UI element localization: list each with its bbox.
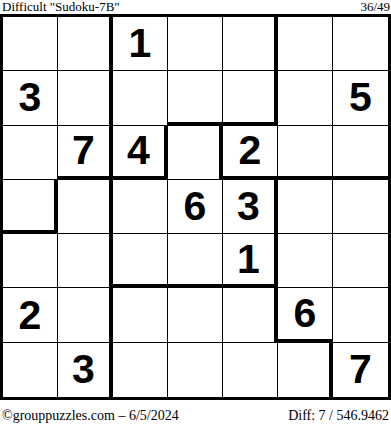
given-digit: 5: [349, 77, 372, 118]
cell-r4c3[interactable]: [113, 180, 168, 234]
cell-r7c5[interactable]: [223, 343, 278, 397]
cell-r5c2[interactable]: [58, 234, 113, 288]
header: Difficult "Sudoku-7B" 36/49: [0, 0, 391, 14]
cell-r6c1: 2: [3, 288, 58, 342]
cell-r6c7[interactable]: [333, 288, 388, 342]
cell-r2c5[interactable]: [223, 71, 278, 125]
cell-r6c3[interactable]: [113, 288, 168, 342]
cell-r4c1[interactable]: [3, 180, 58, 234]
cell-r2c2[interactable]: [58, 71, 113, 125]
cell-r3c1[interactable]: [3, 126, 58, 180]
cell-r7c1[interactable]: [3, 343, 58, 397]
cell-r6c6: 6: [278, 288, 333, 342]
cell-r3c3: 4: [113, 126, 168, 180]
given-digit: 3: [19, 77, 42, 118]
cell-r7c2: 3: [58, 343, 113, 397]
given-digit: 1: [237, 239, 260, 280]
cell-r4c4: 6: [168, 180, 223, 234]
cell-r2c6[interactable]: [278, 71, 333, 125]
cell-r7c7: 7: [333, 343, 388, 397]
cell-r2c4[interactable]: [168, 71, 223, 125]
given-digit: 7: [72, 130, 95, 171]
cell-r4c7[interactable]: [333, 180, 388, 234]
cell-r3c7[interactable]: [333, 126, 388, 180]
given-digit: 3: [72, 349, 95, 390]
cell-r2c1: 3: [3, 71, 58, 125]
given-digit: 3: [237, 186, 260, 227]
cell-r3c6[interactable]: [278, 126, 333, 180]
cell-r3c5: 2: [223, 126, 278, 180]
footer: ©grouppuzzles.com – 6/5/2024 Diff: 7 / 5…: [0, 400, 391, 426]
cell-r1c6[interactable]: [278, 17, 333, 71]
cell-r4c6[interactable]: [278, 180, 333, 234]
cell-r1c4[interactable]: [168, 17, 223, 71]
given-digit: 7: [349, 349, 372, 390]
given-digit: 4: [127, 130, 150, 171]
given-digit: 2: [19, 295, 42, 336]
cell-r6c5[interactable]: [223, 288, 278, 342]
given-digit: 2: [239, 130, 262, 171]
cell-r1c2[interactable]: [58, 17, 113, 71]
page-title: Difficult "Sudoku-7B": [0, 0, 120, 13]
cell-r4c2[interactable]: [58, 180, 113, 234]
given-digit: 1: [129, 23, 152, 64]
cell-r6c4[interactable]: [168, 288, 223, 342]
sudoku-board: 1357426312637: [0, 14, 391, 400]
cell-r5c3[interactable]: [113, 234, 168, 288]
given-digit: 6: [184, 186, 207, 227]
cell-r2c3[interactable]: [113, 71, 168, 125]
cell-r3c4[interactable]: [168, 126, 223, 180]
cell-r5c6[interactable]: [278, 234, 333, 288]
cell-r1c1[interactable]: [3, 17, 58, 71]
cell-r7c4[interactable]: [168, 343, 223, 397]
footer-difficulty: Diff: 7 / 546.9462: [288, 409, 391, 423]
cell-r3c2: 7: [58, 126, 113, 180]
cell-r7c6[interactable]: [278, 343, 333, 397]
cell-r5c4[interactable]: [168, 234, 223, 288]
cell-r1c7[interactable]: [333, 17, 388, 71]
cell-r7c3[interactable]: [113, 343, 168, 397]
cell-r2c7: 5: [333, 71, 388, 125]
given-digit: 6: [294, 293, 317, 334]
cell-r5c1[interactable]: [3, 234, 58, 288]
footer-copyright: ©grouppuzzles.com – 6/5/2024: [0, 409, 179, 423]
cell-r6c2[interactable]: [58, 288, 113, 342]
puzzle-counter: 36/49: [360, 0, 391, 13]
cell-r5c7[interactable]: [333, 234, 388, 288]
cell-r1c3: 1: [113, 17, 168, 71]
cell-r4c5: 3: [223, 180, 278, 234]
cell-r5c5: 1: [223, 234, 278, 288]
cell-r1c5[interactable]: [223, 17, 278, 71]
